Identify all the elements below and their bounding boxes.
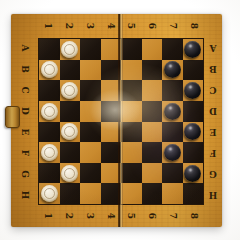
square-H7[interactable] — [162, 183, 183, 204]
square-B1[interactable]: ● — [39, 60, 60, 81]
rank-label-right-G: G — [205, 166, 221, 182]
square-A5[interactable] — [121, 39, 142, 60]
rank-label-left-C: C — [17, 82, 33, 98]
rank-label-right-B: B — [205, 61, 221, 77]
square-G8[interactable]: ● — [183, 163, 204, 184]
square-C3[interactable] — [80, 80, 101, 101]
black-checker[interactable]: ● — [164, 144, 181, 161]
white-checker[interactable]: ● — [61, 41, 78, 58]
square-E3[interactable] — [80, 122, 101, 143]
file-label-top-4: 4 — [103, 18, 119, 34]
square-E6[interactable] — [142, 122, 163, 143]
square-B5[interactable] — [121, 60, 142, 81]
file-label-bottom-8: 8 — [186, 208, 202, 224]
black-checker[interactable]: ● — [164, 103, 181, 120]
rank-label-right-H: H — [205, 187, 221, 203]
square-F1[interactable]: ● — [39, 142, 60, 163]
square-D3[interactable] — [80, 101, 101, 122]
square-B8[interactable] — [183, 60, 204, 81]
rank-label-left-F: F — [17, 145, 33, 161]
square-F8[interactable] — [183, 142, 204, 163]
file-label-bottom-4: 4 — [103, 208, 119, 224]
square-G2[interactable]: ● — [60, 163, 81, 184]
square-E2[interactable]: ● — [60, 122, 81, 143]
folding-wooden-board: ●●●●●●●●●●●●●●● 12345678 12345678 ABCDEF… — [11, 14, 222, 227]
file-label-top-1: 1 — [40, 18, 56, 34]
square-B2[interactable] — [60, 60, 81, 81]
square-B7[interactable]: ● — [162, 60, 183, 81]
square-E7[interactable] — [162, 122, 183, 143]
rank-label-right-A: A — [205, 40, 221, 56]
square-C2[interactable]: ● — [60, 80, 81, 101]
square-G5[interactable] — [121, 163, 142, 184]
white-checker[interactable]: ● — [61, 165, 78, 182]
square-A7[interactable] — [162, 39, 183, 60]
rank-label-left-H: H — [17, 187, 33, 203]
square-C6[interactable] — [142, 80, 163, 101]
file-label-bottom-1: 1 — [40, 208, 56, 224]
square-B6[interactable] — [142, 60, 163, 81]
rank-label-left-B: B — [17, 61, 33, 77]
file-label-top-5: 5 — [123, 18, 139, 34]
file-label-bottom-7: 7 — [165, 208, 181, 224]
file-label-top-8: 8 — [186, 18, 202, 34]
square-H1[interactable]: ● — [39, 183, 60, 204]
white-checker[interactable]: ● — [41, 61, 58, 78]
brass-clasp — [5, 106, 20, 128]
square-D2[interactable] — [60, 101, 81, 122]
square-A2[interactable]: ● — [60, 39, 81, 60]
square-E1[interactable] — [39, 122, 60, 143]
board-grid: ●●●●●●●●●●●●●●● — [38, 38, 204, 205]
rank-label-left-A: A — [17, 40, 33, 56]
black-checker[interactable]: ● — [184, 41, 201, 58]
square-H4[interactable] — [101, 183, 122, 204]
square-B3[interactable] — [80, 60, 101, 81]
white-checker[interactable]: ● — [41, 185, 58, 202]
file-label-bottom-3: 3 — [82, 208, 98, 224]
white-checker[interactable]: ● — [41, 103, 58, 120]
square-A4[interactable] — [101, 39, 122, 60]
square-C4[interactable] — [101, 80, 122, 101]
white-checker[interactable]: ● — [41, 144, 58, 161]
square-G6[interactable] — [142, 163, 163, 184]
square-E5[interactable] — [121, 122, 142, 143]
square-A1[interactable] — [39, 39, 60, 60]
rank-label-right-D: D — [205, 103, 221, 119]
square-C5[interactable] — [121, 80, 142, 101]
square-C1[interactable] — [39, 80, 60, 101]
black-checker[interactable]: ● — [184, 123, 201, 140]
rank-label-right-E: E — [205, 124, 221, 140]
square-F2[interactable] — [60, 142, 81, 163]
square-F3[interactable] — [80, 142, 101, 163]
square-F4[interactable] — [101, 142, 122, 163]
square-G4[interactable] — [101, 163, 122, 184]
square-A8[interactable]: ● — [183, 39, 204, 60]
square-F5[interactable] — [121, 142, 142, 163]
white-checker[interactable]: ● — [61, 82, 78, 99]
file-label-top-2: 2 — [61, 18, 77, 34]
square-H3[interactable] — [80, 183, 101, 204]
square-B4[interactable] — [101, 60, 122, 81]
square-G7[interactable] — [162, 163, 183, 184]
file-label-top-7: 7 — [165, 18, 181, 34]
black-checker[interactable]: ● — [184, 82, 201, 99]
square-A6[interactable] — [142, 39, 163, 60]
file-label-top-3: 3 — [82, 18, 98, 34]
square-D6[interactable] — [142, 101, 163, 122]
square-D7[interactable]: ● — [162, 101, 183, 122]
square-F7[interactable]: ● — [162, 142, 183, 163]
square-D8[interactable] — [183, 101, 204, 122]
black-checker[interactable]: ● — [184, 165, 201, 182]
square-G1[interactable] — [39, 163, 60, 184]
square-D4[interactable] — [101, 101, 122, 122]
square-E4[interactable] — [101, 122, 122, 143]
file-label-top-6: 6 — [144, 18, 160, 34]
square-H5[interactable] — [121, 183, 142, 204]
rank-label-right-C: C — [205, 82, 221, 98]
square-C8[interactable]: ● — [183, 80, 204, 101]
square-G3[interactable] — [80, 163, 101, 184]
product-photo: ●●●●●●●●●●●●●●● 12345678 12345678 ABCDEF… — [0, 0, 240, 240]
square-H2[interactable] — [60, 183, 81, 204]
square-H6[interactable] — [142, 183, 163, 204]
square-A3[interactable] — [80, 39, 101, 60]
file-label-bottom-2: 2 — [61, 208, 77, 224]
square-D1[interactable]: ● — [39, 101, 60, 122]
square-E8[interactable]: ● — [183, 122, 204, 143]
rank-label-left-G: G — [17, 166, 33, 182]
square-H8[interactable] — [183, 183, 204, 204]
file-label-bottom-5: 5 — [123, 208, 139, 224]
file-label-bottom-6: 6 — [144, 208, 160, 224]
rank-label-right-F: F — [205, 145, 221, 161]
white-checker[interactable]: ● — [61, 123, 78, 140]
square-C7[interactable] — [162, 80, 183, 101]
black-checker[interactable]: ● — [164, 61, 181, 78]
square-F6[interactable] — [142, 142, 163, 163]
square-D5[interactable] — [121, 101, 142, 122]
